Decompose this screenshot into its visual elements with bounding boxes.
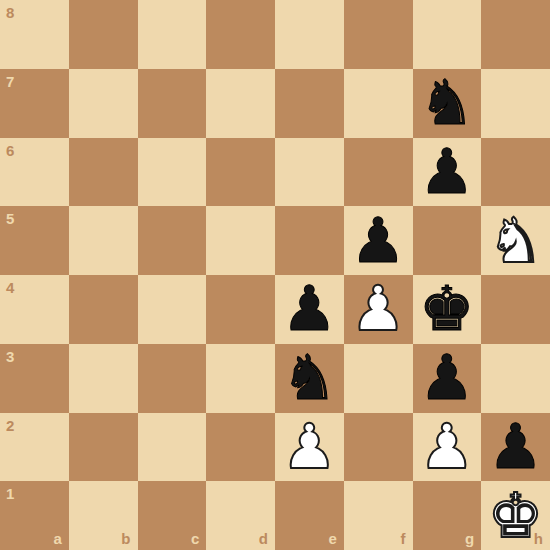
square-a2[interactable]: 2 xyxy=(0,413,69,482)
square-c7[interactable] xyxy=(138,69,207,138)
square-e6[interactable] xyxy=(275,138,344,207)
square-h7[interactable] xyxy=(481,69,550,138)
square-g5[interactable] xyxy=(413,206,482,275)
rank-label-3: 3 xyxy=(6,349,14,364)
file-label-g: g xyxy=(465,531,474,546)
square-d4[interactable] xyxy=(206,275,275,344)
black-pawn[interactable]: ♟ xyxy=(350,207,406,275)
square-b5[interactable] xyxy=(69,206,138,275)
square-e3[interactable]: ♞ xyxy=(275,344,344,413)
square-h2[interactable]: ♟ xyxy=(481,413,550,482)
black-knight[interactable]: ♞ xyxy=(282,344,338,412)
square-c8[interactable] xyxy=(138,0,207,69)
square-g6[interactable]: ♟ xyxy=(413,138,482,207)
rank-label-1: 1 xyxy=(6,486,14,501)
square-d8[interactable] xyxy=(206,0,275,69)
square-a6[interactable]: 6 xyxy=(0,138,69,207)
square-d1[interactable]: d xyxy=(206,481,275,550)
square-h1[interactable]: h♚ xyxy=(481,481,550,550)
square-e4[interactable]: ♟ xyxy=(275,275,344,344)
square-e8[interactable] xyxy=(275,0,344,69)
black-pawn[interactable]: ♟ xyxy=(419,138,475,206)
black-pawn[interactable]: ♟ xyxy=(419,344,475,412)
square-g8[interactable] xyxy=(413,0,482,69)
square-a7[interactable]: 7 xyxy=(0,69,69,138)
square-f6[interactable] xyxy=(344,138,413,207)
file-label-f: f xyxy=(401,531,406,546)
white-pawn[interactable]: ♟ xyxy=(282,413,338,481)
square-c5[interactable] xyxy=(138,206,207,275)
square-h4[interactable] xyxy=(481,275,550,344)
square-f8[interactable] xyxy=(344,0,413,69)
square-f3[interactable] xyxy=(344,344,413,413)
rank-label-2: 2 xyxy=(6,418,14,433)
square-e2[interactable]: ♟ xyxy=(275,413,344,482)
white-pawn[interactable]: ♟ xyxy=(350,275,406,343)
file-label-d: d xyxy=(259,531,268,546)
square-c6[interactable] xyxy=(138,138,207,207)
square-e7[interactable] xyxy=(275,69,344,138)
square-h8[interactable] xyxy=(481,0,550,69)
file-label-a: a xyxy=(53,531,61,546)
square-f5[interactable]: ♟ xyxy=(344,206,413,275)
file-label-b: b xyxy=(121,531,130,546)
rank-label-7: 7 xyxy=(6,74,14,89)
rank-label-6: 6 xyxy=(6,143,14,158)
black-king[interactable]: ♚ xyxy=(419,275,475,343)
square-g3[interactable]: ♟ xyxy=(413,344,482,413)
square-a8[interactable]: 8 xyxy=(0,0,69,69)
square-g4[interactable]: ♚ xyxy=(413,275,482,344)
square-b6[interactable] xyxy=(69,138,138,207)
square-a3[interactable]: 3 xyxy=(0,344,69,413)
square-d5[interactable] xyxy=(206,206,275,275)
white-pawn[interactable]: ♟ xyxy=(419,413,475,481)
rank-label-5: 5 xyxy=(6,211,14,226)
file-label-c: c xyxy=(191,531,199,546)
rank-label-8: 8 xyxy=(6,5,14,20)
square-f4[interactable]: ♟ xyxy=(344,275,413,344)
black-pawn[interactable]: ♟ xyxy=(282,275,338,343)
black-pawn[interactable]: ♟ xyxy=(488,413,544,481)
square-a5[interactable]: 5 xyxy=(0,206,69,275)
square-b4[interactable] xyxy=(69,275,138,344)
square-c4[interactable] xyxy=(138,275,207,344)
square-d3[interactable] xyxy=(206,344,275,413)
square-c2[interactable] xyxy=(138,413,207,482)
square-c1[interactable]: c xyxy=(138,481,207,550)
square-e1[interactable]: e xyxy=(275,481,344,550)
square-d7[interactable] xyxy=(206,69,275,138)
square-c3[interactable] xyxy=(138,344,207,413)
rank-label-4: 4 xyxy=(6,280,14,295)
square-e5[interactable] xyxy=(275,206,344,275)
white-knight[interactable]: ♞ xyxy=(488,207,544,275)
square-h6[interactable] xyxy=(481,138,550,207)
square-b2[interactable] xyxy=(69,413,138,482)
square-h5[interactable]: ♞ xyxy=(481,206,550,275)
square-d2[interactable] xyxy=(206,413,275,482)
square-g7[interactable]: ♞ xyxy=(413,69,482,138)
square-g2[interactable]: ♟ xyxy=(413,413,482,482)
square-a4[interactable]: 4 xyxy=(0,275,69,344)
square-f2[interactable] xyxy=(344,413,413,482)
square-b1[interactable]: b xyxy=(69,481,138,550)
file-label-e: e xyxy=(328,531,336,546)
square-b7[interactable] xyxy=(69,69,138,138)
chess-board: 87♞6♟5♟♞4♟♟♚3♞♟2♟♟♟1abcdefgh♚ xyxy=(0,0,550,550)
square-g1[interactable]: g xyxy=(413,481,482,550)
square-d6[interactable] xyxy=(206,138,275,207)
square-a1[interactable]: 1a xyxy=(0,481,69,550)
black-knight[interactable]: ♞ xyxy=(419,69,475,137)
square-b8[interactable] xyxy=(69,0,138,69)
square-h3[interactable] xyxy=(481,344,550,413)
square-b3[interactable] xyxy=(69,344,138,413)
white-king[interactable]: ♚ xyxy=(488,482,544,550)
square-f7[interactable] xyxy=(344,69,413,138)
square-f1[interactable]: f xyxy=(344,481,413,550)
